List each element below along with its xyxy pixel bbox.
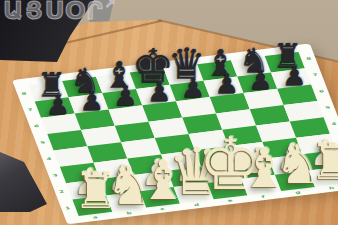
coord-rank-6-left: 6: [34, 125, 40, 129]
coord-rank-7-left: 7: [27, 108, 33, 112]
coord-rank-4-right: 4: [331, 122, 337, 126]
coord-rank-8-left: 8: [21, 92, 27, 96]
coord-rank-2-left: 2: [59, 190, 65, 194]
coord-rank-5-left: 5: [40, 141, 46, 145]
coord-rank-1-left: 1: [65, 206, 71, 210]
coord-file-e: e: [227, 199, 233, 203]
watermark-text: ԱՅՍՕՐ: [3, 0, 105, 25]
coord-file-h: h: [329, 187, 335, 191]
coord-rank-6-right: 6: [318, 90, 324, 94]
board-grid: ♜♞♝♚♛♝♞♜♟♟♟♟♟♟♟♟♟♟♟♟♟♟♟♟♜♞♝♛♚♝♞♜: [28, 52, 338, 216]
photo-scene: ԱՅՍՕՐ↗ ♜♞♝♚♛♝♞♜♟♟♟♟♟♟♟♟♟♟♟♟♟♟♟♟♜♞♝♛♚♝♞♜a…: [0, 0, 338, 225]
coord-file-a: a: [92, 216, 98, 220]
coord-rank-3-left: 3: [52, 174, 58, 178]
coord-file-b: b: [126, 211, 132, 215]
coord-rank-7-right: 7: [312, 73, 318, 77]
coord-file-d: d: [194, 203, 200, 207]
coord-file-f: f: [261, 195, 265, 199]
coord-rank-8-right: 8: [306, 57, 312, 61]
coord-rank-4-left: 4: [46, 157, 52, 161]
watermark-arrow-icon: ↗: [105, 0, 116, 11]
coord-rank-5-right: 5: [325, 106, 331, 110]
coord-file-g: g: [295, 191, 301, 195]
aysor-watermark: ԱՅՍՕՐ↗: [3, 0, 115, 25]
coord-file-c: c: [160, 207, 165, 211]
square-h1: ♜: [309, 166, 338, 187]
